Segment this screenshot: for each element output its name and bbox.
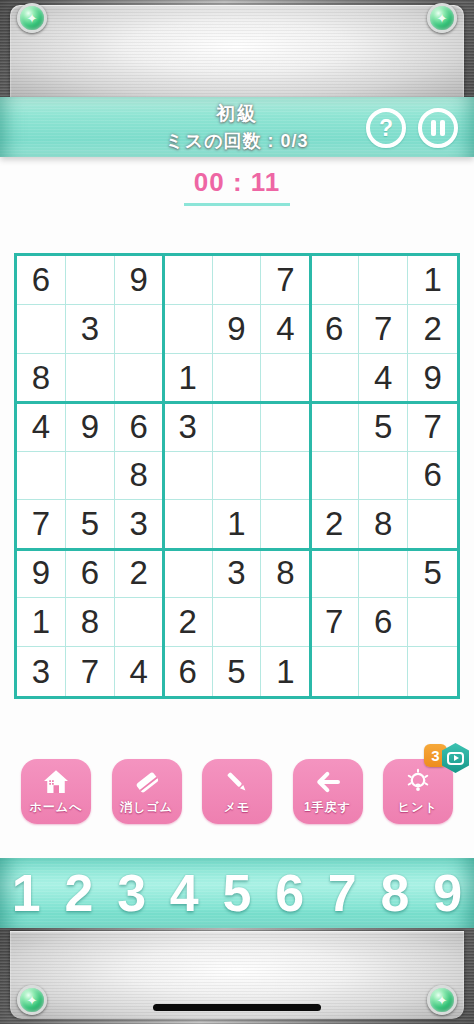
- cell-r3c5[interactable]: [213, 354, 262, 403]
- cell-r4c2[interactable]: 9: [66, 403, 115, 452]
- numpad-digit-7[interactable]: 7: [316, 858, 369, 928]
- cell-r1c5[interactable]: [213, 256, 262, 305]
- cell-r2c1[interactable]: [17, 305, 66, 354]
- cell-r8c8[interactable]: 6: [359, 598, 408, 647]
- cell-r6c7[interactable]: 2: [310, 500, 359, 549]
- cell-r1c3[interactable]: 9: [115, 256, 164, 305]
- cell-r9c8[interactable]: [359, 647, 408, 696]
- undo-button-label: 1手戻す: [304, 799, 351, 816]
- cell-r5c1[interactable]: [17, 452, 66, 501]
- memo-button-label: メモ: [224, 799, 251, 816]
- cell-r5c7[interactable]: [310, 452, 359, 501]
- pause-icon: [431, 120, 436, 136]
- mistake-counter: ミスの回数 : 0/3: [165, 129, 308, 153]
- numpad-digit-1[interactable]: 1: [0, 858, 53, 928]
- cell-r9c1[interactable]: 3: [17, 647, 66, 696]
- home-indicator[interactable]: [153, 1004, 321, 1011]
- cell-r2c5[interactable]: 9: [213, 305, 262, 354]
- cell-r1c2[interactable]: [66, 256, 115, 305]
- cell-r4c4[interactable]: 3: [164, 403, 213, 452]
- numpad-digit-3[interactable]: 3: [105, 858, 158, 928]
- cell-r1c8[interactable]: [359, 256, 408, 305]
- cell-r4c1[interactable]: 4: [17, 403, 66, 452]
- gem-icon: [17, 3, 47, 33]
- cell-r9c2[interactable]: 7: [66, 647, 115, 696]
- top-metal-bar: [0, 0, 474, 97]
- cell-r7c1[interactable]: 9: [17, 549, 66, 598]
- cell-r6c1[interactable]: 7: [17, 500, 66, 549]
- home-button[interactable]: ホームへ: [21, 759, 91, 824]
- timer-value: 00 : 11: [184, 167, 291, 206]
- pencil-icon: [222, 766, 252, 798]
- cell-r4c8[interactable]: 5: [359, 403, 408, 452]
- box-divider: [309, 256, 312, 696]
- cell-r8c1[interactable]: 1: [17, 598, 66, 647]
- cell-r3c4[interactable]: 1: [164, 354, 213, 403]
- cell-r2c3[interactable]: [115, 305, 164, 354]
- numpad: 123456789: [0, 858, 474, 928]
- cell-r8c5[interactable]: [213, 598, 262, 647]
- cell-r7c4[interactable]: [164, 549, 213, 598]
- cell-r8c4[interactable]: 2: [164, 598, 213, 647]
- cell-r5c5[interactable]: [213, 452, 262, 501]
- cell-r3c7[interactable]: [310, 354, 359, 403]
- cell-r1c6[interactable]: 7: [261, 256, 310, 305]
- cell-r7c8[interactable]: [359, 549, 408, 598]
- house-icon: [41, 766, 71, 798]
- cell-r9c6[interactable]: 1: [261, 647, 310, 696]
- gem-icon: [427, 3, 457, 33]
- cell-r2c2[interactable]: 3: [66, 305, 115, 354]
- cell-r5c8[interactable]: [359, 452, 408, 501]
- cell-r6c2[interactable]: 5: [66, 500, 115, 549]
- cell-r1c9[interactable]: 1: [408, 256, 457, 305]
- cell-r5c2[interactable]: [66, 452, 115, 501]
- top-metal-plate: [10, 5, 464, 97]
- gem-icon: [427, 985, 457, 1015]
- eraser-button[interactable]: 消しゴム: [112, 759, 182, 824]
- cell-r4c3[interactable]: 6: [115, 403, 164, 452]
- difficulty-label: 初級: [216, 101, 258, 127]
- box-divider: [162, 256, 165, 696]
- arrow-left-icon: [313, 766, 343, 798]
- sudoku-grid: 6971394672814949635786753128962385182763…: [17, 256, 457, 696]
- cell-r3c8[interactable]: 4: [359, 354, 408, 403]
- cell-r8c9[interactable]: [408, 598, 457, 647]
- hint-button-label: ヒント: [398, 799, 438, 816]
- cell-r7c7[interactable]: [310, 549, 359, 598]
- cell-r3c1[interactable]: 8: [17, 354, 66, 403]
- cell-r7c6[interactable]: 8: [261, 549, 310, 598]
- cell-r3c2[interactable]: [66, 354, 115, 403]
- box-divider: [17, 548, 457, 551]
- toolbar: ホームへ 消しゴム: [0, 759, 474, 825]
- cell-r2c4[interactable]: [164, 305, 213, 354]
- header-bar: 初級 ミスの回数 : 0/3 ?: [0, 97, 474, 157]
- cell-r9c7[interactable]: [310, 647, 359, 696]
- cell-r9c9[interactable]: [408, 647, 457, 696]
- cell-r5c9[interactable]: 6: [408, 452, 457, 501]
- numpad-digit-6[interactable]: 6: [263, 858, 316, 928]
- hint-button[interactable]: 3 ヒント: [383, 759, 453, 824]
- cell-r5c6[interactable]: [261, 452, 310, 501]
- cell-r6c3[interactable]: 3: [115, 500, 164, 549]
- cell-r7c5[interactable]: 3: [213, 549, 262, 598]
- cell-r8c6[interactable]: [261, 598, 310, 647]
- cell-r4c9[interactable]: 7: [408, 403, 457, 452]
- cell-r6c5[interactable]: 1: [213, 500, 262, 549]
- cell-r8c2[interactable]: 8: [66, 598, 115, 647]
- eraser-button-label: 消しゴム: [120, 799, 173, 816]
- cell-r3c6[interactable]: [261, 354, 310, 403]
- cell-r2c6[interactable]: 4: [261, 305, 310, 354]
- pause-icon: [440, 120, 445, 136]
- cell-r9c3[interactable]: 4: [115, 647, 164, 696]
- numpad-digit-2[interactable]: 2: [53, 858, 106, 928]
- box-divider: [17, 401, 457, 404]
- cell-r7c2[interactable]: 6: [66, 549, 115, 598]
- numpad-digit-9[interactable]: 9: [421, 858, 474, 928]
- cell-r9c4[interactable]: 6: [164, 647, 213, 696]
- cell-r4c7[interactable]: [310, 403, 359, 452]
- cell-r6c6[interactable]: [261, 500, 310, 549]
- timer-section: 00 : 11: [0, 167, 474, 206]
- memo-button[interactable]: メモ: [202, 759, 272, 824]
- cell-r2c9[interactable]: 2: [408, 305, 457, 354]
- cell-r1c4[interactable]: [164, 256, 213, 305]
- help-button[interactable]: ?: [366, 108, 406, 148]
- numpad-digit-4[interactable]: 4: [158, 858, 211, 928]
- sudoku-app-screen: 初級 ミスの回数 : 0/3 ? 00 : 11 697139467281494…: [0, 0, 474, 1024]
- cell-r8c7[interactable]: 7: [310, 598, 359, 647]
- cell-r6c8[interactable]: 8: [359, 500, 408, 549]
- cell-r1c7[interactable]: [310, 256, 359, 305]
- cell-r9c5[interactable]: 5: [213, 647, 262, 696]
- sudoku-board: 6971394672814949635786753128962385182763…: [14, 253, 460, 699]
- lightbulb-icon: [403, 766, 433, 798]
- cell-r2c8[interactable]: 7: [359, 305, 408, 354]
- cell-r8c3[interactable]: [115, 598, 164, 647]
- cell-r7c3[interactable]: 2: [115, 549, 164, 598]
- cell-r5c3[interactable]: 8: [115, 452, 164, 501]
- cell-r5c4[interactable]: [164, 452, 213, 501]
- eraser-icon: [132, 766, 162, 798]
- gem-icon: [17, 985, 47, 1015]
- numpad-digit-5[interactable]: 5: [211, 858, 264, 928]
- pause-button[interactable]: [418, 108, 458, 148]
- home-button-label: ホームへ: [30, 799, 83, 816]
- question-mark-icon: ?: [379, 115, 393, 142]
- cell-r3c3[interactable]: [115, 354, 164, 403]
- cell-r2c7[interactable]: 6: [310, 305, 359, 354]
- numpad-digit-8[interactable]: 8: [369, 858, 422, 928]
- cell-r1c1[interactable]: 6: [17, 256, 66, 305]
- undo-button[interactable]: 1手戻す: [293, 759, 363, 824]
- cell-r6c9[interactable]: [408, 500, 457, 549]
- cell-r7c9[interactable]: 5: [408, 549, 457, 598]
- cell-r6c4[interactable]: [164, 500, 213, 549]
- cell-r4c6[interactable]: [261, 403, 310, 452]
- cell-r3c9[interactable]: 9: [408, 354, 457, 403]
- cell-r4c5[interactable]: [213, 403, 262, 452]
